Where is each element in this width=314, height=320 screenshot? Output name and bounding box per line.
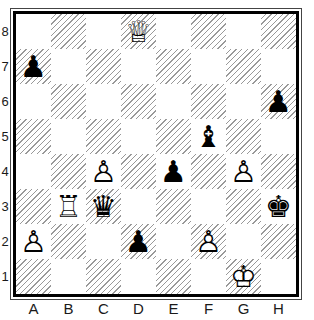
square-a5[interactable] bbox=[16, 119, 51, 154]
square-b6[interactable] bbox=[51, 84, 86, 119]
white-king-glyph: ♔ bbox=[226, 259, 261, 294]
square-d8[interactable]: ♛♕ bbox=[121, 14, 156, 49]
square-f3[interactable] bbox=[191, 189, 226, 224]
rank-label-6: 6 bbox=[0, 84, 10, 119]
square-h6[interactable]: ♟ bbox=[261, 84, 296, 119]
square-a4[interactable] bbox=[16, 154, 51, 189]
file-label-h: H bbox=[261, 299, 296, 317]
file-label-b: B bbox=[51, 299, 86, 317]
piece-black-bishop[interactable]: ♝ bbox=[191, 119, 226, 154]
square-h3[interactable]: ♚ bbox=[261, 189, 296, 224]
square-e7[interactable] bbox=[156, 49, 191, 84]
piece-white-pawn[interactable]: ♟♙ bbox=[16, 224, 51, 259]
square-d7[interactable] bbox=[121, 49, 156, 84]
white-pawn-glyph: ♙ bbox=[226, 154, 261, 189]
black-queen-glyph: ♛ bbox=[86, 189, 121, 224]
square-a3[interactable] bbox=[16, 189, 51, 224]
piece-white-king[interactable]: ♚♔ bbox=[226, 259, 261, 294]
square-b5[interactable] bbox=[51, 119, 86, 154]
piece-black-pawn[interactable]: ♟ bbox=[121, 224, 156, 259]
square-b3[interactable]: ♜♖ bbox=[51, 189, 86, 224]
rank-labels: 87654321 bbox=[0, 14, 10, 294]
square-g4[interactable]: ♟♙ bbox=[226, 154, 261, 189]
black-pawn-glyph: ♟ bbox=[16, 49, 51, 84]
square-d1[interactable] bbox=[121, 259, 156, 294]
piece-white-rook[interactable]: ♜♖ bbox=[51, 189, 86, 224]
square-f1[interactable] bbox=[191, 259, 226, 294]
square-d6[interactable] bbox=[121, 84, 156, 119]
piece-black-pawn[interactable]: ♟ bbox=[156, 154, 191, 189]
piece-black-queen[interactable]: ♛ bbox=[86, 189, 121, 224]
square-e3[interactable] bbox=[156, 189, 191, 224]
square-a8[interactable] bbox=[16, 14, 51, 49]
piece-black-pawn[interactable]: ♟ bbox=[261, 84, 296, 119]
square-h8[interactable] bbox=[261, 14, 296, 49]
square-e1[interactable] bbox=[156, 259, 191, 294]
square-c6[interactable] bbox=[86, 84, 121, 119]
square-a2[interactable]: ♟♙ bbox=[16, 224, 51, 259]
square-e2[interactable] bbox=[156, 224, 191, 259]
black-pawn-glyph: ♟ bbox=[261, 84, 296, 119]
square-h4[interactable] bbox=[261, 154, 296, 189]
square-g8[interactable] bbox=[226, 14, 261, 49]
rank-label-4: 4 bbox=[0, 154, 10, 189]
square-c4[interactable]: ♟♙ bbox=[86, 154, 121, 189]
square-a1[interactable] bbox=[16, 259, 51, 294]
white-queen-glyph: ♕ bbox=[121, 14, 156, 49]
file-label-a: A bbox=[16, 299, 51, 317]
square-g2[interactable] bbox=[226, 224, 261, 259]
white-pawn-glyph: ♙ bbox=[86, 154, 121, 189]
square-b1[interactable] bbox=[51, 259, 86, 294]
square-a6[interactable] bbox=[16, 84, 51, 119]
square-b7[interactable] bbox=[51, 49, 86, 84]
square-c1[interactable] bbox=[86, 259, 121, 294]
rank-label-2: 2 bbox=[0, 224, 10, 259]
square-a7[interactable]: ♟ bbox=[16, 49, 51, 84]
square-h5[interactable] bbox=[261, 119, 296, 154]
square-f8[interactable] bbox=[191, 14, 226, 49]
square-b2[interactable] bbox=[51, 224, 86, 259]
square-d3[interactable] bbox=[121, 189, 156, 224]
piece-white-pawn[interactable]: ♟♙ bbox=[86, 154, 121, 189]
square-d2[interactable]: ♟ bbox=[121, 224, 156, 259]
file-label-d: D bbox=[121, 299, 156, 317]
square-f7[interactable] bbox=[191, 49, 226, 84]
square-f5[interactable]: ♝ bbox=[191, 119, 226, 154]
square-e5[interactable] bbox=[156, 119, 191, 154]
square-f2[interactable]: ♟♙ bbox=[191, 224, 226, 259]
black-pawn-glyph: ♟ bbox=[156, 154, 191, 189]
square-g6[interactable] bbox=[226, 84, 261, 119]
square-b8[interactable] bbox=[51, 14, 86, 49]
square-g5[interactable] bbox=[226, 119, 261, 154]
square-g7[interactable] bbox=[226, 49, 261, 84]
piece-black-pawn[interactable]: ♟ bbox=[16, 49, 51, 84]
rank-label-3: 3 bbox=[0, 189, 10, 224]
rank-label-7: 7 bbox=[0, 49, 10, 84]
square-e8[interactable] bbox=[156, 14, 191, 49]
square-b4[interactable] bbox=[51, 154, 86, 189]
square-h2[interactable] bbox=[261, 224, 296, 259]
square-c3[interactable]: ♛ bbox=[86, 189, 121, 224]
square-g1[interactable]: ♚♔ bbox=[226, 259, 261, 294]
black-pawn-glyph: ♟ bbox=[121, 224, 156, 259]
piece-white-pawn[interactable]: ♟♙ bbox=[226, 154, 261, 189]
rank-label-1: 1 bbox=[0, 259, 10, 294]
rank-label-5: 5 bbox=[0, 119, 10, 154]
square-c8[interactable] bbox=[86, 14, 121, 49]
square-c2[interactable] bbox=[86, 224, 121, 259]
black-bishop-glyph: ♝ bbox=[191, 119, 226, 154]
file-label-e: E bbox=[156, 299, 191, 317]
board-frame: ♛♕♟♟♝♟♙♟♟♙♜♖♛♚♟♙♟♟♙♚♔ bbox=[10, 8, 302, 300]
white-pawn-glyph: ♙ bbox=[191, 224, 226, 259]
square-c5[interactable] bbox=[86, 119, 121, 154]
piece-white-queen[interactable]: ♛♕ bbox=[121, 14, 156, 49]
square-f4[interactable] bbox=[191, 154, 226, 189]
white-rook-glyph: ♖ bbox=[51, 189, 86, 224]
square-d5[interactable] bbox=[121, 119, 156, 154]
square-h1[interactable] bbox=[261, 259, 296, 294]
chess-board-grid: ♛♕♟♟♝♟♙♟♟♙♜♖♛♚♟♙♟♟♙♚♔ bbox=[16, 14, 296, 294]
square-g3[interactable] bbox=[226, 189, 261, 224]
file-label-f: F bbox=[191, 299, 226, 317]
square-h7[interactable] bbox=[261, 49, 296, 84]
board-border: ♛♕♟♟♝♟♙♟♟♙♜♖♛♚♟♙♟♟♙♚♔ bbox=[13, 11, 299, 297]
chess-diagram: 87654321 ♛♕♟♟♝♟♙♟♟♙♜♖♛♚♟♙♟♟♙♚♔ ABCDEFGH bbox=[0, 0, 314, 320]
file-label-c: C bbox=[86, 299, 121, 317]
square-c7[interactable] bbox=[86, 49, 121, 84]
piece-white-pawn[interactable]: ♟♙ bbox=[191, 224, 226, 259]
piece-black-king[interactable]: ♚ bbox=[261, 189, 296, 224]
square-e4[interactable]: ♟ bbox=[156, 154, 191, 189]
file-labels: ABCDEFGH bbox=[16, 299, 296, 317]
white-pawn-glyph: ♙ bbox=[16, 224, 51, 259]
square-e6[interactable] bbox=[156, 84, 191, 119]
rank-label-8: 8 bbox=[0, 14, 10, 49]
square-f6[interactable] bbox=[191, 84, 226, 119]
file-label-g: G bbox=[226, 299, 261, 317]
square-d4[interactable] bbox=[121, 154, 156, 189]
black-king-glyph: ♚ bbox=[261, 189, 296, 224]
